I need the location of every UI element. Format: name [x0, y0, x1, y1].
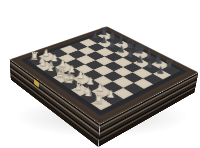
- photo-background: ♜♞♝♛♚♝♞♜♟♟♟♟♟♟♟♟♟♟♟♟♟♟♟♟♜♞♝♛♚♝♞♜: [0, 0, 200, 148]
- white-rook: ♜: [28, 50, 42, 62]
- brass-latch-icon: [34, 79, 39, 88]
- black-rook: ♜: [98, 27, 111, 38]
- square-f6: [123, 63, 142, 73]
- square-a1: ♜: [28, 56, 47, 65]
- black-bishop: ♝: [142, 48, 156, 60]
